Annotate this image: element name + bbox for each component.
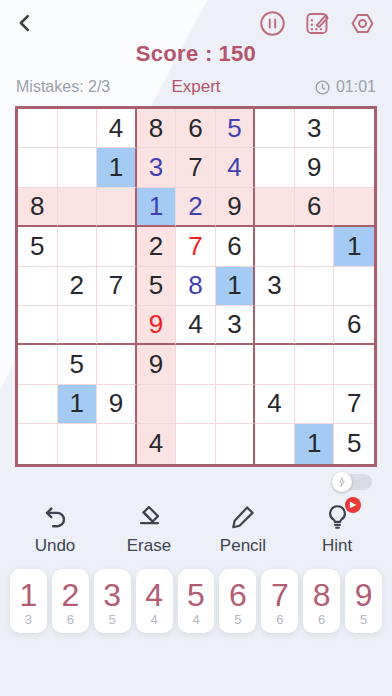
cell-r6c1[interactable] bbox=[18, 306, 58, 345]
score: Score :150 bbox=[0, 41, 392, 67]
fast-mode-toggle[interactable] bbox=[332, 474, 372, 490]
pad-digit: 3 bbox=[103, 579, 121, 611]
cell-r2c3[interactable]: 1 bbox=[97, 148, 137, 187]
cell-r6c5[interactable]: 4 bbox=[176, 306, 216, 345]
cell-r2c1[interactable] bbox=[18, 148, 58, 187]
timer: 01:01 bbox=[256, 78, 376, 96]
undo-icon bbox=[41, 502, 70, 531]
cell-r5c6[interactable]: 1 bbox=[216, 267, 256, 306]
pad-digit: 7 bbox=[271, 579, 289, 611]
cell-r9c1[interactable] bbox=[18, 424, 58, 463]
pad-remaining-count: 5 bbox=[234, 613, 241, 626]
cell-r4c2[interactable] bbox=[58, 227, 98, 266]
pencil-icon bbox=[229, 502, 258, 531]
erase-label: Erase bbox=[127, 536, 171, 556]
cell-r8c9[interactable]: 7 bbox=[334, 385, 374, 424]
cell-r3c1[interactable]: 8 bbox=[18, 188, 58, 227]
cell-r4c9[interactable]: 1 bbox=[334, 227, 374, 266]
pad-number-1[interactable]: 13 bbox=[10, 569, 47, 633]
pad-remaining-count: 5 bbox=[109, 613, 116, 626]
pad-number-5[interactable]: 54 bbox=[178, 569, 215, 633]
cell-r4c7[interactable] bbox=[255, 227, 295, 266]
cell-r1c6[interactable]: 5 bbox=[216, 109, 256, 148]
cell-r7c6[interactable] bbox=[216, 345, 256, 384]
pad-digit: 6 bbox=[229, 579, 247, 611]
cell-r6c7[interactable] bbox=[255, 306, 295, 345]
sudoku-game-screen: Score :150 Mistakes: 2/3 Expert 01:01 48… bbox=[0, 0, 392, 633]
cell-r9c2[interactable] bbox=[58, 424, 98, 463]
cell-r3c2[interactable] bbox=[58, 188, 98, 227]
mistakes-counter: Mistakes: 2/3 bbox=[16, 78, 136, 96]
pad-digit: 9 bbox=[355, 579, 373, 611]
cell-r8c5[interactable] bbox=[176, 385, 216, 424]
cell-r1c7[interactable] bbox=[255, 109, 295, 148]
cell-r2c6[interactable]: 4 bbox=[216, 148, 256, 187]
cell-r4c6[interactable]: 6 bbox=[216, 227, 256, 266]
timer-value: 01:01 bbox=[336, 78, 376, 96]
paint-brush-icon bbox=[304, 10, 331, 37]
pad-digit: 4 bbox=[145, 579, 163, 611]
pad-number-4[interactable]: 44 bbox=[136, 569, 173, 633]
cell-r6c2[interactable] bbox=[58, 306, 98, 345]
cell-r5c3[interactable]: 7 bbox=[97, 267, 137, 306]
meta-row: Mistakes: 2/3 Expert 01:01 bbox=[0, 76, 392, 98]
cell-r5c7[interactable]: 3 bbox=[255, 267, 295, 306]
cell-r3c9[interactable] bbox=[334, 188, 374, 227]
pause-button[interactable] bbox=[259, 10, 286, 37]
pencil-button[interactable]: Pencil bbox=[196, 502, 290, 556]
cell-r2c9[interactable] bbox=[334, 148, 374, 187]
cell-r3c5[interactable]: 2 bbox=[176, 188, 216, 227]
toggle-knob bbox=[332, 472, 352, 492]
eraser-icon bbox=[135, 502, 164, 531]
back-icon bbox=[14, 12, 36, 34]
pad-number-8[interactable]: 86 bbox=[303, 569, 340, 633]
cell-r7c4[interactable]: 9 bbox=[137, 345, 177, 384]
cell-r4c8[interactable] bbox=[295, 227, 335, 266]
cell-r2c7[interactable] bbox=[255, 148, 295, 187]
theme-button[interactable] bbox=[304, 10, 331, 37]
cell-r6c9[interactable]: 6 bbox=[334, 306, 374, 345]
cell-r4c5[interactable]: 7 bbox=[176, 227, 216, 266]
cell-r8c3[interactable]: 9 bbox=[97, 385, 137, 424]
cell-r1c4[interactable]: 8 bbox=[137, 109, 177, 148]
cell-r4c4[interactable]: 2 bbox=[137, 227, 177, 266]
toggle-row bbox=[0, 467, 392, 490]
back-button[interactable] bbox=[14, 8, 46, 38]
cell-r5c2[interactable]: 2 bbox=[58, 267, 98, 306]
settings-gear-icon bbox=[349, 10, 376, 37]
cell-r8c8[interactable] bbox=[295, 385, 335, 424]
pad-number-3[interactable]: 35 bbox=[94, 569, 131, 633]
cell-r5c5[interactable]: 8 bbox=[176, 267, 216, 306]
pad-number-7[interactable]: 76 bbox=[261, 569, 298, 633]
cell-r3c7[interactable] bbox=[255, 188, 295, 227]
undo-button[interactable]: Undo bbox=[8, 502, 102, 556]
cell-r8c7[interactable]: 4 bbox=[255, 385, 295, 424]
erase-button[interactable]: Erase bbox=[102, 502, 196, 556]
toolbar: Undo Erase Pencil bbox=[0, 502, 392, 556]
hint-label: Hint bbox=[322, 536, 352, 556]
cell-r8c2[interactable]: 1 bbox=[58, 385, 98, 424]
cell-r2c8[interactable]: 9 bbox=[295, 148, 335, 187]
undo-label: Undo bbox=[35, 536, 76, 556]
cell-r5c9[interactable] bbox=[334, 267, 374, 306]
cell-r5c1[interactable] bbox=[18, 267, 58, 306]
hint-play-badge: ▶ bbox=[345, 497, 361, 513]
cell-r8c1[interactable] bbox=[18, 385, 58, 424]
cell-r9c8[interactable]: 1 bbox=[295, 424, 335, 463]
cell-r7c8[interactable] bbox=[295, 345, 335, 384]
number-pad: 132635445465768695 bbox=[0, 569, 392, 633]
cell-r3c6[interactable]: 9 bbox=[216, 188, 256, 227]
cell-r8c6[interactable] bbox=[216, 385, 256, 424]
cell-r8c4[interactable] bbox=[137, 385, 177, 424]
cell-r6c4[interactable]: 9 bbox=[137, 306, 177, 345]
pad-remaining-count: 5 bbox=[360, 613, 367, 626]
top-bar bbox=[0, 0, 392, 38]
pad-digit: 1 bbox=[20, 579, 38, 611]
cell-r9c6[interactable] bbox=[216, 424, 256, 463]
cell-r1c8[interactable]: 3 bbox=[295, 109, 335, 148]
cell-r4c3[interactable] bbox=[97, 227, 137, 266]
sudoku-board: 486531374981296527612758139436591947415 bbox=[15, 106, 377, 467]
lightning-icon bbox=[336, 476, 348, 488]
cell-r9c5[interactable] bbox=[176, 424, 216, 463]
pad-remaining-count: 6 bbox=[318, 613, 325, 626]
pad-digit: 8 bbox=[313, 579, 331, 611]
cell-r7c9[interactable] bbox=[334, 345, 374, 384]
cell-r9c3[interactable] bbox=[97, 424, 137, 463]
difficulty-label: Expert bbox=[136, 77, 256, 97]
score-value: 150 bbox=[219, 41, 257, 67]
cell-r1c2[interactable] bbox=[58, 109, 98, 148]
cell-r5c4[interactable]: 5 bbox=[137, 267, 177, 306]
cell-r1c1[interactable] bbox=[18, 109, 58, 148]
cell-r7c1[interactable] bbox=[18, 345, 58, 384]
cell-r2c4[interactable]: 3 bbox=[137, 148, 177, 187]
pad-remaining-count: 6 bbox=[276, 613, 283, 626]
pad-remaining-count: 4 bbox=[151, 613, 158, 626]
pad-digit: 5 bbox=[187, 579, 205, 611]
cell-r3c8[interactable]: 6 bbox=[295, 188, 335, 227]
cell-r9c7[interactable] bbox=[255, 424, 295, 463]
clock-icon bbox=[314, 79, 331, 96]
pad-number-6[interactable]: 65 bbox=[219, 569, 256, 633]
cell-r6c8[interactable] bbox=[295, 306, 335, 345]
cell-r4c1[interactable]: 5 bbox=[18, 227, 58, 266]
pause-icon bbox=[259, 10, 286, 37]
cell-r3c3[interactable] bbox=[97, 188, 137, 227]
settings-button[interactable] bbox=[349, 10, 376, 37]
pad-remaining-count: 6 bbox=[67, 613, 74, 626]
cell-r3c4[interactable]: 1 bbox=[137, 188, 177, 227]
cell-r1c3[interactable]: 4 bbox=[97, 109, 137, 148]
cell-r1c9[interactable] bbox=[334, 109, 374, 148]
cell-r6c3[interactable] bbox=[97, 306, 137, 345]
cell-r5c8[interactable] bbox=[295, 267, 335, 306]
pad-digit: 2 bbox=[61, 579, 79, 611]
pad-remaining-count: 3 bbox=[25, 613, 32, 626]
pencil-label: Pencil bbox=[220, 536, 266, 556]
pad-number-2[interactable]: 26 bbox=[52, 569, 89, 633]
cell-r6c6[interactable]: 3 bbox=[216, 306, 256, 345]
cell-r7c5[interactable] bbox=[176, 345, 216, 384]
cell-r7c7[interactable] bbox=[255, 345, 295, 384]
cell-r2c2[interactable] bbox=[58, 148, 98, 187]
pad-number-9[interactable]: 95 bbox=[345, 569, 382, 633]
cell-r1c5[interactable]: 6 bbox=[176, 109, 216, 148]
score-label: Score : bbox=[136, 41, 213, 67]
cell-r9c9[interactable]: 5 bbox=[334, 424, 374, 463]
hint-button[interactable]: ▶ Hint bbox=[290, 502, 384, 556]
pad-remaining-count: 4 bbox=[192, 613, 199, 626]
cell-r7c3[interactable] bbox=[97, 345, 137, 384]
cell-r2c5[interactable]: 7 bbox=[176, 148, 216, 187]
cell-r7c2[interactable]: 5 bbox=[58, 345, 98, 384]
cell-r9c4[interactable]: 4 bbox=[137, 424, 177, 463]
